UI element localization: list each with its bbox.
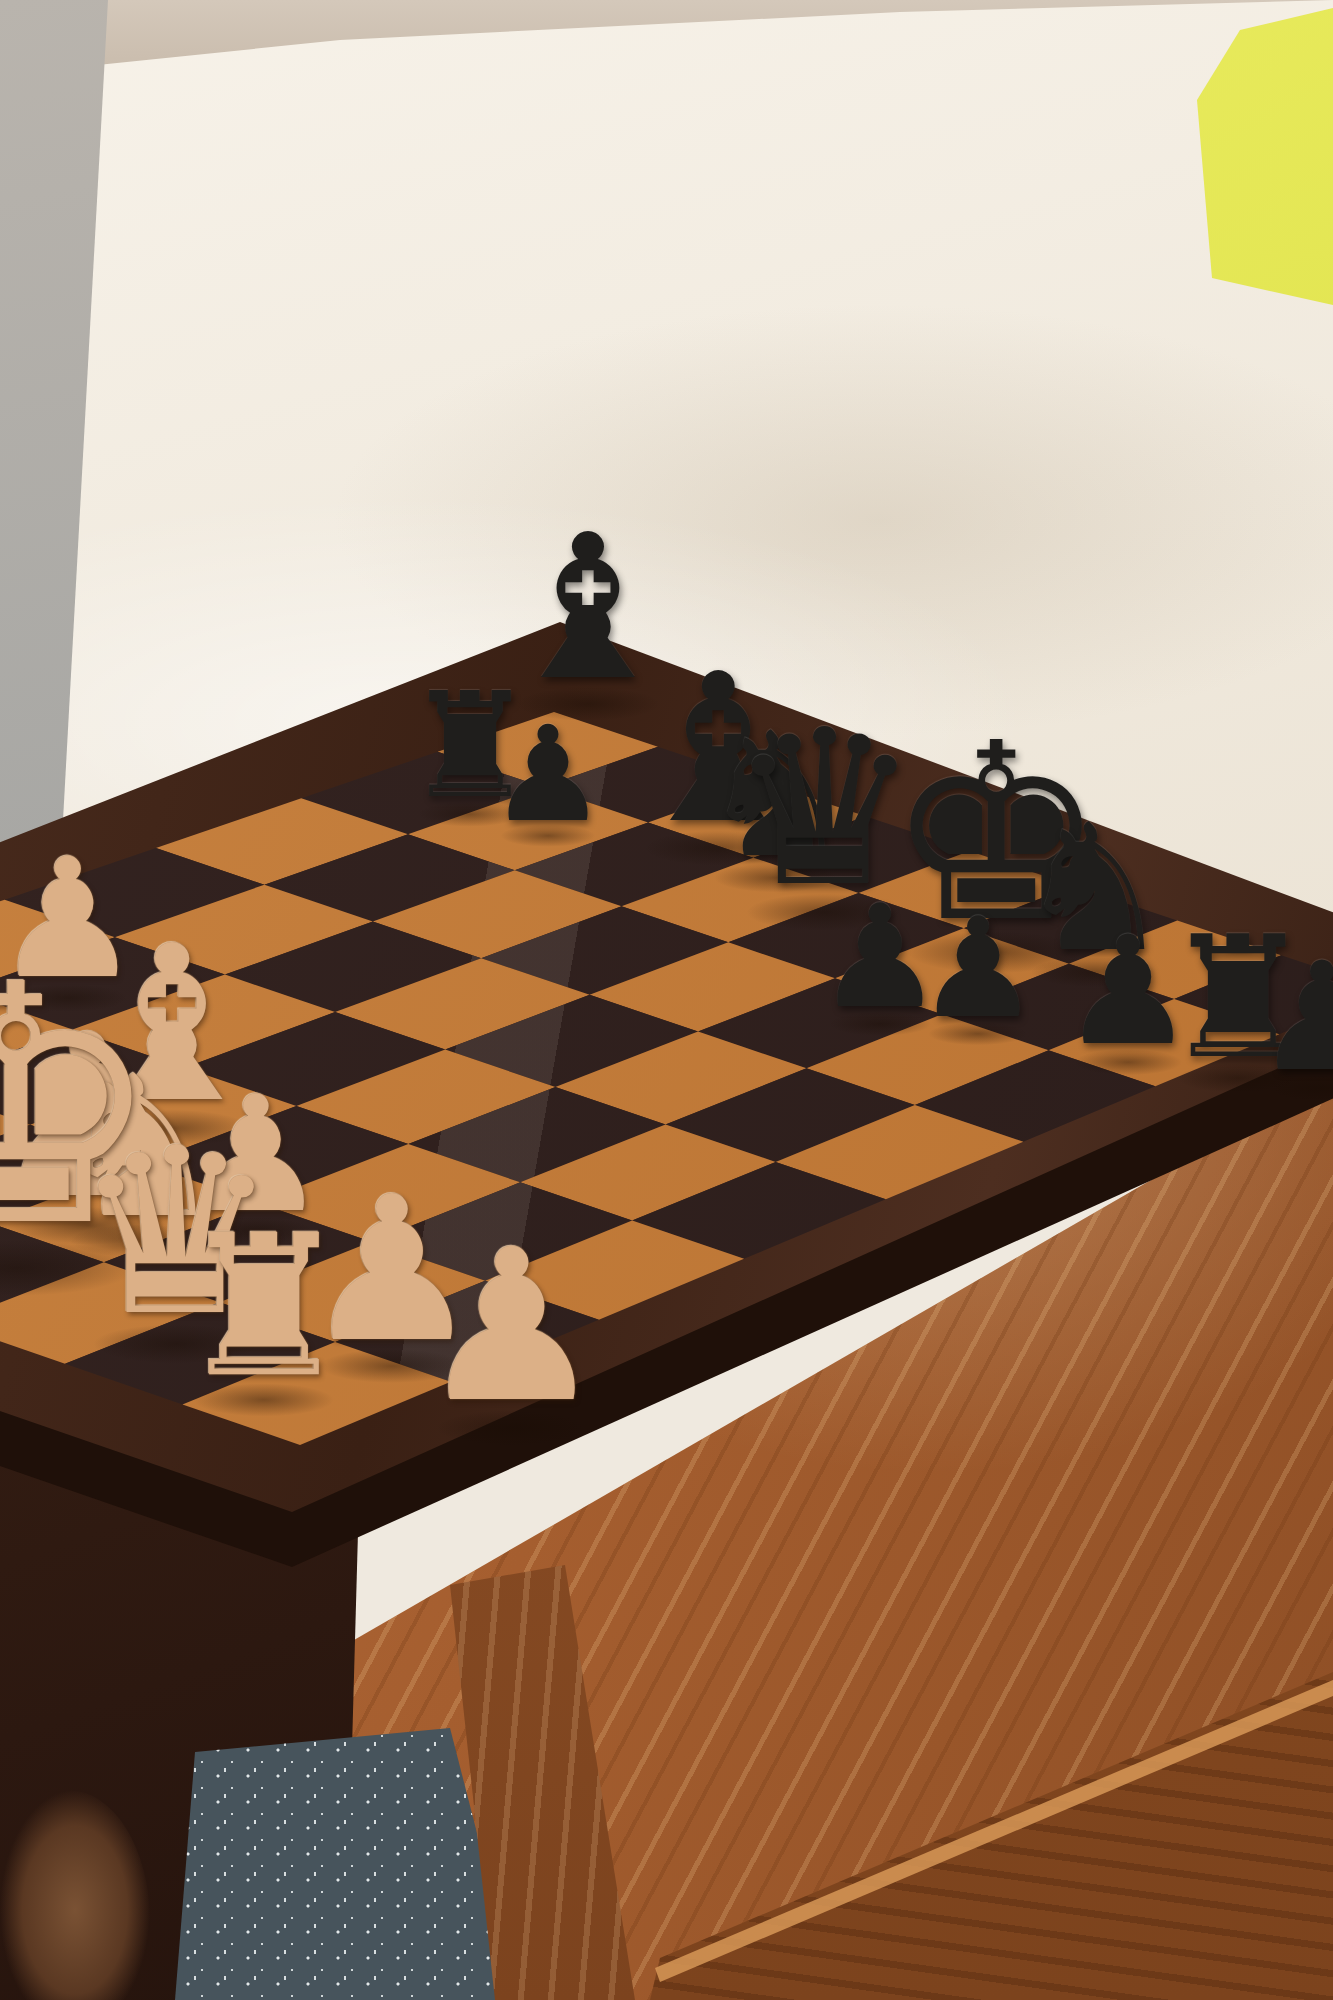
- piece-black-pawn-f7[interactable]: ♟: [916, 900, 1040, 1038]
- chessboard: ♝♜♟♝♞♛♚♞♟♟♟♟♜♟♝♟♟♞♚♛♟♜♟: [0, 0, 1333, 2000]
- piece-black-pawn-b7[interactable]: ♟: [489, 708, 607, 840]
- piece-white-rook-g1[interactable]: ♜: [177, 1209, 352, 1404]
- photo-stage: ♝♜♟♝♞♛♚♞♟♟♟♟♜♟♝♟♟♞♚♛♟♜♟: [0, 0, 1333, 2000]
- piece-black-pawn-h7[interactable]: ♟: [1255, 942, 1333, 1092]
- piece-white-pawn-h2[interactable]: ♟: [418, 1222, 606, 1432]
